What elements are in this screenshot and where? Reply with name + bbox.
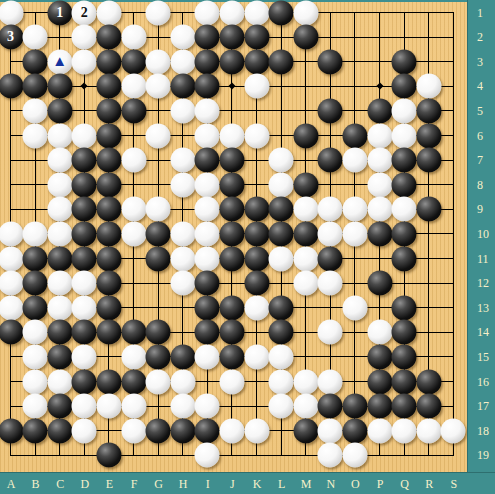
stone-white-R4[interactable]: ○ — [416, 74, 441, 99]
stone-black-D11[interactable]: ● — [72, 246, 97, 271]
stone-black-J8[interactable]: ● — [219, 172, 244, 197]
stone-white-A11[interactable]: ○ — [0, 246, 23, 271]
row-label-6: 6 — [477, 130, 483, 142]
stone-white-A13[interactable]: ○ — [0, 295, 23, 320]
stone-white-J6[interactable]: ○ — [219, 123, 244, 148]
stone-black-K2[interactable]: ● — [244, 25, 269, 50]
stone-black-H15[interactable]: ● — [170, 344, 195, 369]
stone-white-F9[interactable]: ○ — [121, 197, 146, 222]
col-label-Q: Q — [400, 478, 409, 490]
stone-white-M9[interactable]: ○ — [293, 197, 318, 222]
row-label-7: 7 — [477, 154, 483, 166]
col-label-L: L — [278, 478, 285, 490]
stone-white-J16[interactable]: ○ — [219, 369, 244, 394]
go-board[interactable]: ○●○○○○○○●○●○○●○○●●●●●○○●●○○●●●●●●●●●●○○●… — [0, 2, 468, 473]
stone-white-M17[interactable]: ○ — [293, 394, 318, 419]
stone-black-Q10[interactable]: ● — [392, 221, 417, 246]
col-label-D: D — [80, 478, 89, 490]
stone-black-K11[interactable]: ● — [244, 246, 269, 271]
stone-white-F15[interactable]: ○ — [121, 344, 146, 369]
stone-white-G3[interactable]: ○ — [146, 49, 171, 74]
col-label-S: S — [450, 478, 457, 490]
stone-white-C12[interactable]: ○ — [47, 271, 72, 296]
row-coordinates-strip: 12345678910111213141516171819 — [467, 0, 495, 494]
stone-white-G4[interactable]: ○ — [146, 74, 171, 99]
col-label-F: F — [131, 478, 138, 490]
stone-black-Q4[interactable]: ● — [392, 74, 417, 99]
stone-white-G1[interactable]: ○ — [146, 0, 171, 25]
stone-black-C4[interactable]: ● — [47, 74, 72, 99]
stone-white-B2[interactable]: ○ — [23, 25, 48, 50]
stone-black-E6[interactable]: ● — [96, 123, 121, 148]
stone-black-Q17[interactable]: ● — [392, 394, 417, 419]
stone-white-B6[interactable]: ○ — [23, 123, 48, 148]
stone-black-E2[interactable]: ● — [96, 25, 121, 50]
stone-black-J9[interactable]: ● — [219, 197, 244, 222]
stone-white-C3[interactable]: ○ — [47, 49, 72, 74]
row-label-18: 18 — [477, 425, 489, 437]
stone-black-G10[interactable]: ● — [146, 221, 171, 246]
stone-white-F4[interactable]: ○ — [121, 74, 146, 99]
col-label-J: J — [230, 478, 235, 490]
stone-black-N11[interactable]: ● — [318, 246, 343, 271]
col-label-K: K — [253, 478, 262, 490]
stone-white-D3[interactable]: ○ — [72, 49, 97, 74]
stone-white-I17[interactable]: ○ — [195, 394, 220, 419]
stone-white-O9[interactable]: ○ — [342, 197, 367, 222]
stone-white-C10[interactable]: ○ — [47, 221, 72, 246]
stone-white-D1[interactable]: ○ — [72, 0, 97, 25]
stone-black-O18[interactable]: ● — [342, 418, 367, 443]
stone-white-H10[interactable]: ○ — [170, 221, 195, 246]
stone-white-K6[interactable]: ○ — [244, 123, 269, 148]
stone-white-D17[interactable]: ○ — [72, 394, 97, 419]
row-label-9: 9 — [477, 203, 483, 215]
row-label-1: 1 — [477, 7, 483, 19]
stone-black-B12[interactable]: ● — [23, 271, 48, 296]
stone-white-I8[interactable]: ○ — [195, 172, 220, 197]
stone-white-C6[interactable]: ○ — [47, 123, 72, 148]
stone-black-A14[interactable]: ● — [0, 320, 23, 345]
stone-black-L10[interactable]: ● — [269, 221, 294, 246]
stone-white-A12[interactable]: ○ — [0, 271, 23, 296]
stone-black-N3[interactable]: ● — [318, 49, 343, 74]
stone-black-D16[interactable]: ● — [72, 369, 97, 394]
stone-black-G11[interactable]: ● — [146, 246, 171, 271]
stone-black-Q3[interactable]: ● — [392, 49, 417, 74]
stone-white-N9[interactable]: ○ — [318, 197, 343, 222]
stone-black-E4[interactable]: ● — [96, 74, 121, 99]
stone-black-P5[interactable]: ● — [367, 98, 392, 123]
stone-white-C16[interactable]: ○ — [47, 369, 72, 394]
stone-white-N18[interactable]: ○ — [318, 418, 343, 443]
stone-black-R17[interactable]: ● — [416, 394, 441, 419]
stone-white-H7[interactable]: ○ — [170, 148, 195, 173]
stone-black-H18[interactable]: ● — [170, 418, 195, 443]
col-label-E: E — [106, 478, 113, 490]
stone-white-F18[interactable]: ○ — [121, 418, 146, 443]
stone-white-L15[interactable]: ○ — [269, 344, 294, 369]
stone-white-L11[interactable]: ○ — [269, 246, 294, 271]
stone-white-K1[interactable]: ○ — [244, 0, 269, 25]
stone-white-F17[interactable]: ○ — [121, 394, 146, 419]
stone-black-I2[interactable]: ● — [195, 25, 220, 50]
stone-white-D2[interactable]: ○ — [72, 25, 97, 50]
stone-black-N17[interactable]: ● — [318, 394, 343, 419]
stone-black-F5[interactable]: ● — [121, 98, 146, 123]
col-label-B: B — [32, 478, 40, 490]
stone-black-C18[interactable]: ● — [47, 418, 72, 443]
col-label-R: R — [425, 478, 433, 490]
stone-white-J1[interactable]: ○ — [219, 0, 244, 25]
stone-black-G14[interactable]: ● — [146, 320, 171, 345]
stone-black-D9[interactable]: ● — [72, 197, 97, 222]
row-label-14: 14 — [477, 326, 489, 338]
stone-white-H2[interactable]: ○ — [170, 25, 195, 50]
stone-black-A4[interactable]: ● — [0, 74, 23, 99]
stone-white-O13[interactable]: ○ — [342, 295, 367, 320]
stone-white-R18[interactable]: ○ — [416, 418, 441, 443]
col-label-C: C — [56, 478, 64, 490]
stone-black-E11[interactable]: ● — [96, 246, 121, 271]
stone-black-L13[interactable]: ● — [269, 295, 294, 320]
row-label-13: 13 — [477, 302, 489, 314]
stone-black-R6[interactable]: ● — [416, 123, 441, 148]
stone-white-H17[interactable]: ○ — [170, 394, 195, 419]
stone-white-I11[interactable]: ○ — [195, 246, 220, 271]
stone-white-P18[interactable]: ○ — [367, 418, 392, 443]
stone-white-K4[interactable]: ○ — [244, 74, 269, 99]
stone-white-P8[interactable]: ○ — [367, 172, 392, 197]
col-label-A: A — [7, 478, 16, 490]
stone-black-P16[interactable]: ● — [367, 369, 392, 394]
stone-black-J14[interactable]: ● — [219, 320, 244, 345]
stone-black-E3[interactable]: ● — [96, 49, 121, 74]
stone-white-M1[interactable]: ○ — [293, 0, 318, 25]
stone-black-I4[interactable]: ● — [195, 74, 220, 99]
stone-white-D18[interactable]: ○ — [72, 418, 97, 443]
stone-white-D15[interactable]: ○ — [72, 344, 97, 369]
stone-black-E5[interactable]: ● — [96, 98, 121, 123]
stone-black-N7[interactable]: ● — [318, 148, 343, 173]
stone-white-F10[interactable]: ○ — [121, 221, 146, 246]
stone-white-Q9[interactable]: ○ — [392, 197, 417, 222]
stone-black-F14[interactable]: ● — [121, 320, 146, 345]
stone-black-Q14[interactable]: ● — [392, 320, 417, 345]
stone-black-Q7[interactable]: ● — [392, 148, 417, 173]
column-coordinates-strip: ABCDEFGHIJKLMNOPQRS — [0, 472, 495, 494]
stone-black-J13[interactable]: ● — [219, 295, 244, 320]
stone-white-H5[interactable]: ○ — [170, 98, 195, 123]
stone-black-E14[interactable]: ● — [96, 320, 121, 345]
star-point — [376, 83, 383, 90]
stone-white-L7[interactable]: ○ — [269, 148, 294, 173]
stone-black-I13[interactable]: ● — [195, 295, 220, 320]
stone-black-M6[interactable]: ● — [293, 123, 318, 148]
stone-black-M2[interactable]: ● — [293, 25, 318, 50]
stone-white-N12[interactable]: ○ — [318, 271, 343, 296]
stone-black-E13[interactable]: ● — [96, 295, 121, 320]
stone-black-R7[interactable]: ● — [416, 148, 441, 173]
stone-black-D7[interactable]: ● — [72, 148, 97, 173]
row-label-12: 12 — [477, 277, 489, 289]
stone-white-I15[interactable]: ○ — [195, 344, 220, 369]
stone-white-D6[interactable]: ○ — [72, 123, 97, 148]
stone-black-E12[interactable]: ● — [96, 271, 121, 296]
stone-black-M18[interactable]: ● — [293, 418, 318, 443]
stone-black-M8[interactable]: ● — [293, 172, 318, 197]
stone-black-I18[interactable]: ● — [195, 418, 220, 443]
stone-white-L17[interactable]: ○ — [269, 394, 294, 419]
stone-black-Q8[interactable]: ● — [392, 172, 417, 197]
stone-black-R9[interactable]: ● — [416, 197, 441, 222]
stone-white-C9[interactable]: ○ — [47, 197, 72, 222]
grid-vline — [453, 12, 454, 456]
stone-white-B14[interactable]: ○ — [23, 320, 48, 345]
stone-black-C15[interactable]: ● — [47, 344, 72, 369]
stone-white-Q18[interactable]: ○ — [392, 418, 417, 443]
stone-black-N5[interactable]: ● — [318, 98, 343, 123]
stone-black-O6[interactable]: ● — [342, 123, 367, 148]
stone-white-I1[interactable]: ○ — [195, 0, 220, 25]
stone-white-J18[interactable]: ○ — [219, 418, 244, 443]
stone-white-L16[interactable]: ○ — [269, 369, 294, 394]
stone-black-C1[interactable]: ● — [47, 0, 72, 25]
stone-black-J11[interactable]: ● — [219, 246, 244, 271]
stone-white-C8[interactable]: ○ — [47, 172, 72, 197]
stone-white-D12[interactable]: ○ — [72, 271, 97, 296]
stone-white-B17[interactable]: ○ — [23, 394, 48, 419]
stone-black-M10[interactable]: ● — [293, 221, 318, 246]
stone-black-R5[interactable]: ● — [416, 98, 441, 123]
stone-white-P6[interactable]: ○ — [367, 123, 392, 148]
goban-app: ○●○○○○○○●○●○○●○○●●●●●○○●●○○●●●●●●●●●●○○●… — [0, 0, 495, 494]
stone-white-E17[interactable]: ○ — [96, 394, 121, 419]
stone-black-O17[interactable]: ● — [342, 394, 367, 419]
stone-white-I6[interactable]: ○ — [195, 123, 220, 148]
star-point — [228, 83, 235, 90]
stone-black-P10[interactable]: ● — [367, 221, 392, 246]
row-label-10: 10 — [477, 228, 489, 240]
stone-black-B18[interactable]: ● — [23, 418, 48, 443]
row-label-19: 19 — [477, 449, 489, 461]
stone-black-D8[interactable]: ● — [72, 172, 97, 197]
stone-white-N10[interactable]: ○ — [318, 221, 343, 246]
stone-white-N16[interactable]: ○ — [318, 369, 343, 394]
row-label-4: 4 — [477, 80, 483, 92]
col-label-N: N — [326, 478, 335, 490]
stone-white-F2[interactable]: ○ — [121, 25, 146, 50]
stone-black-J3[interactable]: ● — [219, 49, 244, 74]
stone-black-C5[interactable]: ● — [47, 98, 72, 123]
row-label-3: 3 — [477, 56, 483, 68]
stone-black-E19[interactable]: ● — [96, 443, 121, 468]
stone-black-Q16[interactable]: ● — [392, 369, 417, 394]
stone-black-P17[interactable]: ● — [367, 394, 392, 419]
stone-black-K10[interactable]: ● — [244, 221, 269, 246]
stone-black-G18[interactable]: ● — [146, 418, 171, 443]
stone-white-H11[interactable]: ○ — [170, 246, 195, 271]
stone-black-B4[interactable]: ● — [23, 74, 48, 99]
row-label-8: 8 — [477, 179, 483, 191]
stone-white-G16[interactable]: ○ — [146, 369, 171, 394]
stone-white-I5[interactable]: ○ — [195, 98, 220, 123]
stone-black-A2[interactable]: ● — [0, 25, 23, 50]
stone-white-N14[interactable]: ○ — [318, 320, 343, 345]
stone-black-E10[interactable]: ● — [96, 221, 121, 246]
stone-black-B13[interactable]: ● — [23, 295, 48, 320]
stone-black-P12[interactable]: ● — [367, 271, 392, 296]
stone-white-P9[interactable]: ○ — [367, 197, 392, 222]
stone-black-L14[interactable]: ● — [269, 320, 294, 345]
stone-white-D13[interactable]: ○ — [72, 295, 97, 320]
stone-black-I12[interactable]: ● — [195, 271, 220, 296]
row-label-5: 5 — [477, 105, 483, 117]
stone-white-P14[interactable]: ○ — [367, 320, 392, 345]
stone-black-F16[interactable]: ● — [121, 369, 146, 394]
stone-black-J2[interactable]: ● — [219, 25, 244, 50]
row-label-17: 17 — [477, 400, 489, 412]
stone-white-B15[interactable]: ○ — [23, 344, 48, 369]
row-label-16: 16 — [477, 376, 489, 388]
stone-white-B10[interactable]: ○ — [23, 221, 48, 246]
stone-white-E1[interactable]: ○ — [96, 0, 121, 25]
stone-black-J7[interactable]: ● — [219, 148, 244, 173]
star-point — [81, 83, 88, 90]
stone-black-C14[interactable]: ● — [47, 320, 72, 345]
stone-white-Q6[interactable]: ○ — [392, 123, 417, 148]
stone-white-K15[interactable]: ○ — [244, 344, 269, 369]
stone-black-G15[interactable]: ● — [146, 344, 171, 369]
stone-white-H8[interactable]: ○ — [170, 172, 195, 197]
stone-black-E7[interactable]: ● — [96, 148, 121, 173]
stone-black-D14[interactable]: ● — [72, 320, 97, 345]
stone-white-O7[interactable]: ○ — [342, 148, 367, 173]
stone-white-C7[interactable]: ○ — [47, 148, 72, 173]
stone-white-O19[interactable]: ○ — [342, 443, 367, 468]
col-label-P: P — [377, 478, 384, 490]
stone-black-K3[interactable]: ● — [244, 49, 269, 74]
stone-white-B16[interactable]: ○ — [23, 369, 48, 394]
stone-black-Q15[interactable]: ● — [392, 344, 417, 369]
stone-white-S18[interactable]: ○ — [441, 418, 466, 443]
stone-white-B5[interactable]: ○ — [23, 98, 48, 123]
stone-white-M11[interactable]: ○ — [293, 246, 318, 271]
stone-white-A1[interactable]: ○ — [0, 0, 23, 25]
stone-white-A10[interactable]: ○ — [0, 221, 23, 246]
stone-black-Q13[interactable]: ● — [392, 295, 417, 320]
stone-white-H12[interactable]: ○ — [170, 271, 195, 296]
stone-white-M12[interactable]: ○ — [293, 271, 318, 296]
stone-white-M16[interactable]: ○ — [293, 369, 318, 394]
stone-black-R16[interactable]: ● — [416, 369, 441, 394]
stone-black-J10[interactable]: ● — [219, 221, 244, 246]
stone-black-H4[interactable]: ● — [170, 74, 195, 99]
stone-black-I14[interactable]: ● — [195, 320, 220, 345]
stone-black-E9[interactable]: ● — [96, 197, 121, 222]
stone-white-G6[interactable]: ○ — [146, 123, 171, 148]
stone-white-C13[interactable]: ○ — [47, 295, 72, 320]
stone-black-F3[interactable]: ● — [121, 49, 146, 74]
row-label-15: 15 — [477, 351, 489, 363]
stone-black-B3[interactable]: ● — [23, 49, 48, 74]
stone-white-L8[interactable]: ○ — [269, 172, 294, 197]
stone-black-J15[interactable]: ● — [219, 344, 244, 369]
stone-white-K13[interactable]: ○ — [244, 295, 269, 320]
stone-black-E8[interactable]: ● — [96, 172, 121, 197]
stone-black-L1[interactable]: ● — [269, 0, 294, 25]
stone-black-P15[interactable]: ● — [367, 344, 392, 369]
stone-black-D10[interactable]: ● — [72, 221, 97, 246]
col-label-M: M — [301, 478, 312, 490]
stone-white-F7[interactable]: ○ — [121, 148, 146, 173]
stone-black-K9[interactable]: ● — [244, 197, 269, 222]
stone-black-B11[interactable]: ● — [23, 246, 48, 271]
stone-white-Q5[interactable]: ○ — [392, 98, 417, 123]
row-label-2: 2 — [477, 31, 483, 43]
col-label-O: O — [351, 478, 360, 490]
stone-white-H3[interactable]: ○ — [170, 49, 195, 74]
stone-black-I7[interactable]: ● — [195, 148, 220, 173]
stone-black-L9[interactable]: ● — [269, 197, 294, 222]
stone-white-I19[interactable]: ○ — [195, 443, 220, 468]
stone-black-I3[interactable]: ● — [195, 49, 220, 74]
stone-white-P7[interactable]: ○ — [367, 148, 392, 173]
stone-white-N19[interactable]: ○ — [318, 443, 343, 468]
stone-white-K18[interactable]: ○ — [244, 418, 269, 443]
stone-black-C11[interactable]: ● — [47, 246, 72, 271]
stone-black-L3[interactable]: ● — [269, 49, 294, 74]
col-label-I: I — [206, 478, 210, 490]
stone-white-G9[interactable]: ○ — [146, 197, 171, 222]
stone-black-K12[interactable]: ● — [244, 271, 269, 296]
stone-black-A18[interactable]: ● — [0, 418, 23, 443]
stone-black-C17[interactable]: ● — [47, 394, 72, 419]
stone-white-I10[interactable]: ○ — [195, 221, 220, 246]
stone-white-H16[interactable]: ○ — [170, 369, 195, 394]
stone-black-Q11[interactable]: ● — [392, 246, 417, 271]
stone-black-E16[interactable]: ● — [96, 369, 121, 394]
row-label-11: 11 — [477, 253, 489, 265]
col-label-G: G — [154, 478, 163, 490]
stone-white-O10[interactable]: ○ — [342, 221, 367, 246]
stone-white-I9[interactable]: ○ — [195, 197, 220, 222]
col-label-H: H — [179, 478, 188, 490]
